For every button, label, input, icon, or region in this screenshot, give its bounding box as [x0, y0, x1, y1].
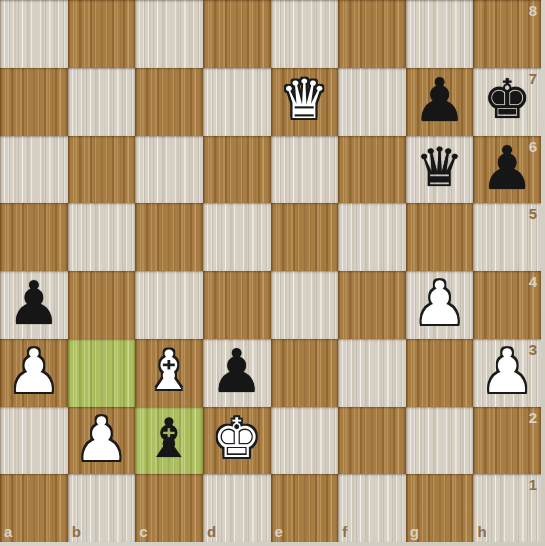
- black-bishop-c2[interactable]: ♝: [135, 407, 203, 475]
- square-c7[interactable]: [135, 68, 203, 136]
- square-b8[interactable]: [68, 0, 136, 68]
- square-c3[interactable]: ♝: [135, 339, 203, 407]
- square-h5[interactable]: 5: [473, 203, 541, 271]
- file-label-g: g: [410, 523, 419, 540]
- chess-board-stage: 8♛♟♚7♛♟65♟♟4♟♝♟♟3♟♝♚2abcdefgh1: [0, 0, 545, 546]
- white-pawn-a3[interactable]: ♟: [0, 339, 68, 407]
- square-f5[interactable]: [338, 203, 406, 271]
- square-d3[interactable]: ♟: [203, 339, 271, 407]
- square-f7[interactable]: [338, 68, 406, 136]
- file-label-a: a: [4, 523, 12, 540]
- square-b6[interactable]: [68, 136, 136, 204]
- square-c6[interactable]: [135, 136, 203, 204]
- square-c2[interactable]: ♝: [135, 407, 203, 475]
- square-a4[interactable]: ♟: [0, 271, 68, 339]
- square-f1[interactable]: f: [338, 474, 406, 542]
- square-e7[interactable]: ♛: [271, 68, 339, 136]
- square-e2[interactable]: [271, 407, 339, 475]
- square-f2[interactable]: [338, 407, 406, 475]
- black-pawn-h6[interactable]: ♟: [473, 136, 541, 204]
- square-f6[interactable]: [338, 136, 406, 204]
- square-e5[interactable]: [271, 203, 339, 271]
- square-h4[interactable]: 4: [473, 271, 541, 339]
- square-a3[interactable]: ♟: [0, 339, 68, 407]
- square-d8[interactable]: [203, 0, 271, 68]
- rank-label-4: 4: [529, 273, 537, 290]
- square-g4[interactable]: ♟: [406, 271, 474, 339]
- square-b4[interactable]: [68, 271, 136, 339]
- square-a8[interactable]: [0, 0, 68, 68]
- square-g7[interactable]: ♟: [406, 68, 474, 136]
- square-b3[interactable]: [68, 339, 136, 407]
- rank-label-1: 1: [529, 476, 537, 493]
- square-h1[interactable]: h1: [473, 474, 541, 542]
- file-label-e: e: [275, 523, 283, 540]
- square-d7[interactable]: [203, 68, 271, 136]
- chess-board: 8♛♟♚7♛♟65♟♟4♟♝♟♟3♟♝♚2abcdefgh1: [0, 0, 541, 542]
- file-label-d: d: [207, 523, 216, 540]
- black-pawn-g7[interactable]: ♟: [406, 68, 474, 136]
- square-h8[interactable]: 8: [473, 0, 541, 68]
- square-f3[interactable]: [338, 339, 406, 407]
- square-b7[interactable]: [68, 68, 136, 136]
- square-g3[interactable]: [406, 339, 474, 407]
- square-h7[interactable]: ♚7: [473, 68, 541, 136]
- rank-label-2: 2: [529, 409, 537, 426]
- square-a7[interactable]: [0, 68, 68, 136]
- square-d2[interactable]: ♚: [203, 407, 271, 475]
- square-e8[interactable]: [271, 0, 339, 68]
- white-queen-e7[interactable]: ♛: [271, 68, 339, 136]
- file-label-f: f: [342, 523, 347, 540]
- square-c8[interactable]: [135, 0, 203, 68]
- square-h2[interactable]: 2: [473, 407, 541, 475]
- square-g2[interactable]: [406, 407, 474, 475]
- rank-label-8: 8: [529, 2, 537, 19]
- black-pawn-a4[interactable]: ♟: [0, 271, 68, 339]
- black-king-h7[interactable]: ♚: [473, 68, 541, 136]
- square-e1[interactable]: e: [271, 474, 339, 542]
- square-b5[interactable]: [68, 203, 136, 271]
- square-a5[interactable]: [0, 203, 68, 271]
- black-pawn-d3[interactable]: ♟: [203, 339, 271, 407]
- square-b2[interactable]: ♟: [68, 407, 136, 475]
- square-c5[interactable]: [135, 203, 203, 271]
- square-d1[interactable]: d: [203, 474, 271, 542]
- white-pawn-b2[interactable]: ♟: [68, 407, 136, 475]
- black-queen-g6[interactable]: ♛: [406, 136, 474, 204]
- square-g6[interactable]: ♛: [406, 136, 474, 204]
- square-e6[interactable]: [271, 136, 339, 204]
- square-f8[interactable]: [338, 0, 406, 68]
- square-h6[interactable]: ♟6: [473, 136, 541, 204]
- white-pawn-h3[interactable]: ♟: [473, 339, 541, 407]
- square-a6[interactable]: [0, 136, 68, 204]
- square-g1[interactable]: g: [406, 474, 474, 542]
- rank-label-5: 5: [529, 205, 537, 222]
- file-label-h: h: [477, 523, 486, 540]
- square-f4[interactable]: [338, 271, 406, 339]
- square-d5[interactable]: [203, 203, 271, 271]
- square-c1[interactable]: c: [135, 474, 203, 542]
- square-d6[interactable]: [203, 136, 271, 204]
- square-a2[interactable]: [0, 407, 68, 475]
- square-h3[interactable]: ♟3: [473, 339, 541, 407]
- file-label-c: c: [139, 523, 147, 540]
- white-king-d2[interactable]: ♚: [203, 407, 271, 475]
- white-pawn-g4[interactable]: ♟: [406, 271, 474, 339]
- square-a1[interactable]: a: [0, 474, 68, 542]
- square-c4[interactable]: [135, 271, 203, 339]
- square-d4[interactable]: [203, 271, 271, 339]
- square-g8[interactable]: [406, 0, 474, 68]
- square-b1[interactable]: b: [68, 474, 136, 542]
- square-e3[interactable]: [271, 339, 339, 407]
- file-label-b: b: [72, 523, 81, 540]
- square-e4[interactable]: [271, 271, 339, 339]
- square-g5[interactable]: [406, 203, 474, 271]
- white-bishop-c3[interactable]: ♝: [135, 339, 203, 407]
